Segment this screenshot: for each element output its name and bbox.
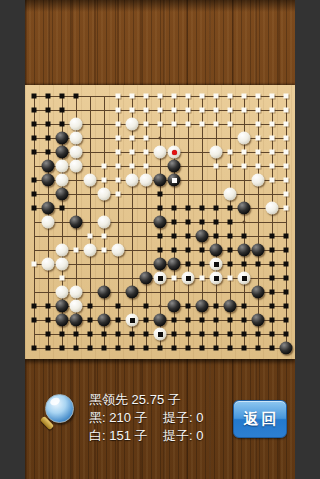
black-territory-marker — [186, 220, 191, 225]
dead-stone-mark — [186, 276, 191, 281]
white-territory-marker — [200, 122, 205, 127]
black-territory-marker — [130, 332, 135, 337]
black-stone[interactable] — [238, 244, 251, 257]
status-panel: 黑领先 25.75 子 黑: 210 子 提子: 0 白: 151 子 提子: … — [25, 368, 295, 479]
white-territory-marker — [242, 164, 247, 169]
white-territory-marker — [284, 136, 289, 141]
black-territory-marker — [116, 304, 121, 309]
black-territory-marker — [242, 262, 247, 267]
black-territory-marker — [60, 94, 65, 99]
white-stone[interactable] — [98, 188, 111, 201]
black-territory-marker — [270, 304, 275, 309]
app-screen: 黑领先 25.75 子 黑: 210 子 提子: 0 白: 151 子 提子: … — [25, 0, 295, 479]
black-territory-marker — [88, 346, 93, 351]
black-territory-marker — [74, 332, 79, 337]
black-territory-marker — [270, 346, 275, 351]
black-stone[interactable] — [168, 258, 181, 271]
black-territory-marker — [186, 206, 191, 211]
black-captures: 提子: 0 — [163, 409, 203, 427]
back-button[interactable]: 返回 — [233, 400, 287, 438]
black-territory-marker — [228, 248, 233, 253]
black-territory-marker — [130, 346, 135, 351]
white-territory-marker — [270, 136, 275, 141]
black-territory-marker — [200, 262, 205, 267]
black-territory-marker — [32, 178, 37, 183]
dead-black-stone[interactable] — [168, 174, 181, 187]
black-territory-marker — [242, 304, 247, 309]
white-territory-marker — [284, 150, 289, 155]
white-stone[interactable] — [112, 244, 125, 257]
white-territory-marker — [270, 178, 275, 183]
dead-white-stone[interactable] — [154, 272, 167, 285]
white-territory-marker — [144, 108, 149, 113]
black-territory-marker — [116, 346, 121, 351]
white-territory-marker — [228, 164, 233, 169]
black-stone[interactable] — [280, 342, 293, 355]
black-territory-marker — [32, 318, 37, 323]
white-stone[interactable] — [224, 188, 237, 201]
white-stone[interactable] — [56, 174, 69, 187]
white-territory-marker — [186, 94, 191, 99]
white-territory-marker — [116, 94, 121, 99]
dead-white-stone[interactable] — [154, 328, 167, 341]
white-territory-marker — [228, 108, 233, 113]
white-stone[interactable] — [42, 216, 55, 229]
white-stone[interactable] — [70, 286, 83, 299]
black-territory-marker — [200, 346, 205, 351]
black-territory-marker — [186, 346, 191, 351]
black-territory-marker — [256, 332, 261, 337]
white-territory-marker — [116, 122, 121, 127]
white-captures: 提子: 0 — [163, 427, 203, 445]
dead-stone-mark — [172, 178, 177, 183]
white-territory-marker — [88, 234, 93, 239]
black-territory-marker — [214, 304, 219, 309]
black-territory-marker — [46, 304, 51, 309]
star-point — [159, 137, 162, 140]
black-territory-marker — [88, 332, 93, 337]
white-territory-marker — [102, 164, 107, 169]
black-stone[interactable] — [98, 314, 111, 327]
black-territory-marker — [200, 220, 205, 225]
white-territory-marker — [200, 276, 205, 281]
dead-stone-mark — [158, 332, 163, 337]
white-territory-marker — [214, 164, 219, 169]
white-territory-marker — [144, 136, 149, 141]
black-stone[interactable] — [224, 300, 237, 313]
black-territory-marker — [116, 332, 121, 337]
white-territory-marker — [242, 150, 247, 155]
white-territory-marker — [116, 150, 121, 155]
white-territory-marker — [284, 164, 289, 169]
black-territory-marker — [270, 318, 275, 323]
white-stone[interactable] — [42, 258, 55, 271]
white-territory-marker — [228, 122, 233, 127]
black-territory-marker — [46, 108, 51, 113]
white-territory-marker — [158, 94, 163, 99]
black-stone[interactable] — [196, 230, 209, 243]
white-territory-marker — [200, 94, 205, 99]
white-territory-marker — [130, 150, 135, 155]
dead-stone-mark — [158, 276, 163, 281]
black-stone[interactable] — [252, 286, 265, 299]
go-board[interactable] — [25, 85, 295, 359]
black-territory-marker — [228, 220, 233, 225]
black-territory-marker — [214, 234, 219, 239]
black-territory-marker — [32, 94, 37, 99]
black-stone[interactable] — [42, 160, 55, 173]
black-territory-marker — [60, 346, 65, 351]
black-territory-marker — [270, 248, 275, 253]
black-territory-marker — [242, 234, 247, 239]
black-stone[interactable] — [168, 160, 181, 173]
black-territory-marker — [284, 332, 289, 337]
black-stone[interactable] — [42, 202, 55, 215]
black-territory-marker — [144, 346, 149, 351]
white-stone[interactable] — [266, 202, 279, 215]
black-territory-marker — [102, 332, 107, 337]
dead-white-stone[interactable] — [210, 258, 223, 271]
black-territory-marker — [158, 206, 163, 211]
black-stone[interactable] — [154, 216, 167, 229]
white-stone[interactable] — [126, 118, 139, 131]
white-stone[interactable] — [56, 244, 69, 257]
black-territory-marker — [186, 262, 191, 267]
black-territory-marker — [242, 332, 247, 337]
black-territory-marker — [46, 94, 51, 99]
black-territory-marker — [256, 262, 261, 267]
black-stone[interactable] — [252, 314, 265, 327]
black-stone[interactable] — [70, 216, 83, 229]
black-territory-marker — [228, 318, 233, 323]
black-territory-marker — [32, 122, 37, 127]
black-territory-marker — [228, 262, 233, 267]
black-territory-marker — [214, 346, 219, 351]
white-territory-marker — [228, 150, 233, 155]
white-score: 白: 151 子 — [89, 427, 163, 445]
white-territory-marker — [214, 94, 219, 99]
black-territory-marker — [186, 332, 191, 337]
score-text: 黑领先 25.75 子 黑: 210 子 提子: 0 白: 151 子 提子: … — [89, 391, 203, 445]
white-territory-marker — [242, 94, 247, 99]
white-territory-marker — [102, 234, 107, 239]
white-territory-marker — [228, 276, 233, 281]
white-stone[interactable] — [70, 132, 83, 145]
white-territory-marker — [284, 122, 289, 127]
white-territory-marker — [144, 150, 149, 155]
black-score: 黑: 210 子 — [89, 409, 163, 427]
black-territory-marker — [32, 150, 37, 155]
white-territory-marker — [32, 262, 37, 267]
white-territory-marker — [200, 108, 205, 113]
black-stone[interactable] — [56, 132, 69, 145]
black-score-line: 黑: 210 子 提子: 0 — [89, 409, 203, 427]
white-stone[interactable] — [84, 244, 97, 257]
black-territory-marker — [200, 318, 205, 323]
white-territory-marker — [214, 122, 219, 127]
black-stone[interactable] — [98, 286, 111, 299]
white-territory-marker — [256, 108, 261, 113]
white-territory-marker — [284, 206, 289, 211]
black-territory-marker — [74, 346, 79, 351]
black-territory-marker — [46, 122, 51, 127]
white-territory-marker — [256, 164, 261, 169]
white-territory-marker — [116, 192, 121, 197]
dead-white-stone[interactable] — [126, 314, 139, 327]
white-territory-marker — [130, 164, 135, 169]
last-move-dot — [172, 150, 177, 155]
dead-stone-mark — [130, 318, 135, 323]
white-stone[interactable] — [70, 146, 83, 159]
black-territory-marker — [32, 346, 37, 351]
white-stone[interactable] — [56, 286, 69, 299]
white-territory-marker — [256, 150, 261, 155]
black-territory-marker — [186, 248, 191, 253]
dead-stone-mark — [242, 276, 247, 281]
black-territory-marker — [60, 332, 65, 337]
white-territory-marker — [284, 178, 289, 183]
black-stone[interactable] — [238, 202, 251, 215]
black-territory-marker — [144, 304, 149, 309]
white-territory-marker — [284, 108, 289, 113]
white-territory-marker — [228, 94, 233, 99]
white-territory-marker — [130, 108, 135, 113]
black-territory-marker — [158, 346, 163, 351]
white-territory-marker — [242, 108, 247, 113]
black-stone[interactable] — [56, 300, 69, 313]
black-territory-marker — [46, 332, 51, 337]
black-territory-marker — [200, 248, 205, 253]
black-territory-marker — [102, 346, 107, 351]
black-territory-marker — [284, 248, 289, 253]
white-territory-marker — [116, 108, 121, 113]
black-stone[interactable] — [154, 174, 167, 187]
white-territory-marker — [270, 108, 275, 113]
black-stone[interactable] — [168, 300, 181, 313]
black-territory-marker — [214, 220, 219, 225]
white-territory-marker — [116, 164, 121, 169]
white-territory-marker — [74, 248, 79, 253]
black-territory-marker — [88, 318, 93, 323]
black-territory-marker — [144, 318, 149, 323]
black-territory-marker — [172, 318, 177, 323]
black-territory-marker — [284, 318, 289, 323]
white-stone[interactable] — [154, 146, 167, 159]
black-stone[interactable] — [56, 314, 69, 327]
white-territory-marker — [172, 122, 177, 127]
black-territory-marker — [228, 332, 233, 337]
black-stone[interactable] — [70, 314, 83, 327]
white-territory-marker — [130, 94, 135, 99]
black-stone[interactable] — [140, 272, 153, 285]
magnifier-icon[interactable] — [39, 392, 77, 438]
black-territory-marker — [88, 304, 93, 309]
white-score-line: 白: 151 子 提子: 0 — [89, 427, 203, 445]
black-stone[interactable] — [42, 174, 55, 187]
black-territory-marker — [32, 108, 37, 113]
white-territory-marker — [284, 94, 289, 99]
black-stone[interactable] — [210, 244, 223, 257]
black-territory-marker — [158, 192, 163, 197]
black-territory-marker — [32, 304, 37, 309]
white-territory-marker — [172, 276, 177, 281]
dead-stone-mark — [214, 276, 219, 281]
white-stone[interactable] — [140, 174, 153, 187]
lead-line: 黑领先 25.75 子 — [89, 391, 203, 409]
white-stone[interactable] — [126, 174, 139, 187]
white-territory-marker — [102, 248, 107, 253]
white-stone[interactable] — [70, 160, 83, 173]
black-territory-marker — [228, 234, 233, 239]
white-territory-marker — [186, 122, 191, 127]
white-territory-marker — [172, 108, 177, 113]
black-territory-marker — [242, 346, 247, 351]
last-move-stone[interactable] — [168, 146, 181, 159]
white-territory-marker — [144, 122, 149, 127]
black-territory-marker — [200, 332, 205, 337]
black-territory-marker — [144, 332, 149, 337]
black-territory-marker — [172, 332, 177, 337]
black-territory-marker — [200, 206, 205, 211]
white-territory-marker — [116, 136, 121, 141]
black-stone[interactable] — [154, 314, 167, 327]
black-territory-marker — [228, 346, 233, 351]
black-territory-marker — [172, 234, 177, 239]
black-territory-marker — [186, 318, 191, 323]
lead-text: 黑领先 25.75 子 — [89, 391, 181, 409]
black-territory-marker — [186, 234, 191, 239]
dead-white-stone[interactable] — [210, 272, 223, 285]
black-territory-marker — [32, 192, 37, 197]
white-territory-marker — [158, 108, 163, 113]
white-stone[interactable] — [56, 258, 69, 271]
white-territory-marker — [144, 94, 149, 99]
white-stone[interactable] — [210, 146, 223, 159]
black-territory-marker — [270, 276, 275, 281]
black-stone[interactable] — [196, 300, 209, 313]
black-territory-marker — [46, 318, 51, 323]
black-territory-marker — [284, 276, 289, 281]
dead-white-stone[interactable] — [182, 272, 195, 285]
black-territory-marker — [172, 206, 177, 211]
white-stone[interactable] — [252, 174, 265, 187]
black-territory-marker — [46, 346, 51, 351]
black-territory-marker — [270, 332, 275, 337]
white-territory-marker — [270, 150, 275, 155]
black-stone[interactable] — [154, 258, 167, 271]
black-stone[interactable] — [56, 188, 69, 201]
black-territory-marker — [32, 136, 37, 141]
black-territory-marker — [186, 304, 191, 309]
black-stone[interactable] — [252, 244, 265, 257]
star-point — [159, 305, 162, 308]
black-territory-marker — [270, 290, 275, 295]
black-territory-marker — [256, 346, 261, 351]
white-stone[interactable] — [98, 216, 111, 229]
black-stone[interactable] — [126, 286, 139, 299]
dead-white-stone[interactable] — [238, 272, 251, 285]
black-territory-marker — [214, 318, 219, 323]
black-territory-marker — [214, 332, 219, 337]
black-territory-marker — [284, 290, 289, 295]
white-territory-marker — [186, 108, 191, 113]
white-territory-marker — [270, 122, 275, 127]
black-territory-marker — [242, 318, 247, 323]
white-stone[interactable] — [238, 132, 251, 145]
black-territory-marker — [214, 206, 219, 211]
white-territory-marker — [284, 192, 289, 197]
white-territory-marker — [270, 94, 275, 99]
black-territory-marker — [270, 234, 275, 239]
black-territory-marker — [172, 220, 177, 225]
white-territory-marker — [60, 276, 65, 281]
white-territory-marker — [102, 178, 107, 183]
black-territory-marker — [60, 122, 65, 127]
white-stone[interactable] — [84, 174, 97, 187]
white-stone[interactable] — [70, 118, 83, 131]
black-territory-marker — [172, 346, 177, 351]
white-territory-marker — [172, 94, 177, 99]
white-territory-marker — [214, 108, 219, 113]
black-territory-marker — [46, 150, 51, 155]
black-territory-marker — [284, 262, 289, 267]
black-territory-marker — [284, 304, 289, 309]
black-territory-marker — [270, 262, 275, 267]
black-territory-marker — [158, 234, 163, 239]
black-territory-marker — [172, 248, 177, 253]
black-territory-marker — [158, 248, 163, 253]
white-stone[interactable] — [56, 160, 69, 173]
black-territory-marker — [60, 108, 65, 113]
black-stone[interactable] — [56, 146, 69, 159]
black-territory-marker — [32, 206, 37, 211]
black-territory-marker — [46, 136, 51, 141]
white-territory-marker — [158, 122, 163, 127]
white-territory-marker — [256, 122, 261, 127]
white-territory-marker — [130, 136, 135, 141]
dead-stone-mark — [214, 262, 219, 267]
white-stone[interactable] — [70, 300, 83, 313]
black-territory-marker — [74, 94, 79, 99]
black-territory-marker — [228, 206, 233, 211]
white-territory-marker — [116, 178, 121, 183]
black-territory-marker — [116, 318, 121, 323]
black-territory-marker — [60, 206, 65, 211]
white-territory-marker — [270, 164, 275, 169]
black-territory-marker — [284, 234, 289, 239]
white-territory-marker — [256, 136, 261, 141]
star-point — [243, 221, 246, 224]
white-territory-marker — [144, 164, 149, 169]
white-territory-marker — [256, 94, 261, 99]
